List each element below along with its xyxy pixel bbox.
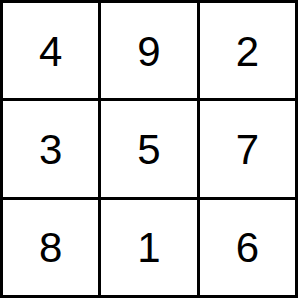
cell-value: 9 [137, 31, 160, 73]
magic-square-diagram: 4 9 2 3 5 7 8 1 6 [0, 0, 300, 300]
cell-r2c2: 5 [101, 101, 196, 196]
cell-r1c3: 2 [200, 3, 295, 98]
cell-r3c1: 8 [3, 200, 98, 295]
cell-r1c2: 9 [101, 3, 196, 98]
cell-r1c1: 4 [3, 3, 98, 98]
cell-value: 8 [39, 227, 62, 269]
cell-r3c3: 6 [200, 200, 295, 295]
cell-value: 5 [137, 129, 160, 171]
cell-value: 6 [236, 227, 259, 269]
cell-r2c1: 3 [3, 101, 98, 196]
cell-value: 1 [137, 227, 160, 269]
cell-value: 4 [39, 31, 62, 73]
cell-r2c3: 7 [200, 101, 295, 196]
cell-value: 3 [39, 129, 62, 171]
cell-value: 7 [236, 129, 259, 171]
magic-square-board: 4 9 2 3 5 7 8 1 6 [0, 0, 298, 298]
cell-value: 2 [236, 31, 259, 73]
cell-r3c2: 1 [101, 200, 196, 295]
